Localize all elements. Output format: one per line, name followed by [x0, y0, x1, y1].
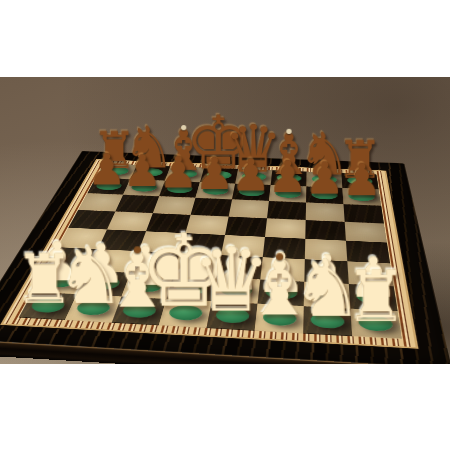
photo-area: ♜♞♝♚♛♝♞♜♟♟♟♟♟♟♟♟♟♟♟♟♟♟♟♟♜♞♝♚♛♝♞♜ [0, 77, 450, 364]
square-a2[interactable]: ♟ [342, 188, 381, 206]
chess-set-product-photo: ♜♞♝♚♛♝♞♜♟♟♟♟♟♟♟♟♟♟♟♟♟♟♟♟♜♞♝♚♛♝♞♜ [0, 0, 450, 450]
white-pawn[interactable]: ♟ [268, 154, 308, 198]
square-c4[interactable] [265, 218, 306, 239]
square-e2[interactable]: ♟ [195, 182, 235, 199]
white-margin-bottom [0, 364, 450, 450]
square-c3[interactable] [267, 201, 306, 220]
square-d3[interactable] [229, 199, 269, 218]
white-pawn[interactable]: ♟ [231, 153, 270, 197]
white-pawn[interactable]: ♟ [87, 147, 126, 190]
square-h3[interactable] [78, 193, 123, 211]
white-pawn[interactable]: ♟ [123, 149, 162, 192]
board-inlay-border: ♜♞♝♚♛♝♞♜♟♟♟♟♟♟♟♟♟♟♟♟♟♟♟♟♜♞♝♚♛♝♞♜ [0, 159, 418, 349]
square-b3[interactable] [306, 203, 345, 222]
board-frame: ♜♞♝♚♛♝♞♜♟♟♟♟♟♟♟♟♟♟♟♟♟♟♟♟♜♞♝♚♛♝♞♜ [0, 151, 450, 364]
white-pawn[interactable]: ♟ [195, 152, 234, 196]
square-f2[interactable]: ♟ [159, 181, 200, 198]
white-pawn[interactable]: ♟ [305, 156, 345, 200]
square-b2[interactable]: ♟ [306, 187, 343, 205]
white-pawn[interactable]: ♟ [159, 150, 198, 194]
white-margin-top [0, 0, 450, 77]
square-a3[interactable] [344, 204, 384, 223]
square-c2[interactable]: ♟ [269, 185, 306, 202]
square-b4[interactable] [305, 220, 346, 241]
white-pawn[interactable]: ♟ [342, 157, 382, 201]
square-h4[interactable] [68, 210, 115, 230]
chess-board: ♜♞♝♚♛♝♞♜♟♟♟♟♟♟♟♟♟♟♟♟♟♟♟♟♜♞♝♚♛♝♞♜ [0, 151, 450, 364]
black-rook[interactable]: ♜ [345, 262, 408, 332]
square-a4[interactable] [345, 222, 387, 243]
board-grid: ♜♞♝♚♛♝♞♜♟♟♟♟♟♟♟♟♟♟♟♟♟♟♟♟♜♞♝♚♛♝♞♜ [19, 164, 402, 339]
square-d2[interactable]: ♟ [232, 184, 271, 201]
square-a8[interactable]: ♜ [350, 309, 401, 339]
